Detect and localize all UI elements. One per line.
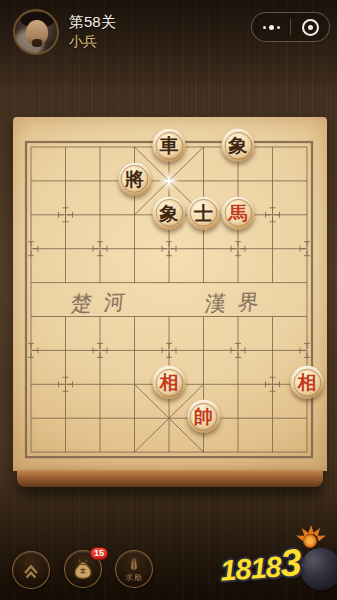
- piece-red-general[interactable]: 帥: [187, 400, 220, 433]
- watermark-text: 18183: [219, 541, 302, 590]
- game-screen: 第58关 小兵 楚河 漢界 車象將象士馬相相帥: [0, 0, 337, 600]
- piece-black-chariot[interactable]: 車: [153, 129, 186, 162]
- 18183-watermark: 18183: [218, 500, 337, 600]
- chevrons-up-icon: [19, 558, 43, 582]
- piece-black-elephant[interactable]: 象: [222, 129, 255, 162]
- hint-count-badge: 15: [90, 547, 108, 560]
- piece-black-advisor[interactable]: 士: [187, 197, 220, 230]
- ellipsis-icon: [269, 25, 274, 30]
- praying-hands-icon: [124, 555, 144, 575]
- sparkle-effect: [158, 170, 180, 192]
- miniprogram-capsule: [251, 12, 330, 42]
- money-bag-icon: [70, 556, 96, 582]
- piece-black-general[interactable]: 將: [118, 163, 151, 196]
- sun-icon: [296, 526, 324, 554]
- exit-button[interactable]: [291, 13, 329, 41]
- piece-black-elephant[interactable]: 象: [153, 197, 186, 230]
- river-label-right: 漢界: [204, 288, 273, 318]
- avatar-beard: [32, 39, 42, 47]
- ellipsis-icon: [263, 26, 266, 29]
- player-label: 小兵: [69, 33, 97, 51]
- target-icon: [302, 19, 319, 36]
- more-button[interactable]: [252, 13, 290, 41]
- help-button[interactable]: 求助: [115, 550, 153, 588]
- hint-bag-button[interactable]: 15: [64, 550, 102, 588]
- ellipsis-icon: [277, 26, 280, 29]
- piece-red-elephant[interactable]: 相: [291, 366, 324, 399]
- board-bevel: [17, 470, 323, 487]
- piece-red-elephant[interactable]: 相: [153, 366, 186, 399]
- sphere-graphic: [300, 548, 337, 590]
- river-label-left: 楚河: [70, 288, 139, 318]
- collapse-button[interactable]: [12, 551, 50, 589]
- avatar: [13, 9, 59, 55]
- level-label: 第58关: [69, 13, 116, 32]
- xiangqi-board[interactable]: 楚河 漢界 車象將象士馬相相帥: [13, 117, 327, 471]
- piece-red-horse[interactable]: 馬: [222, 197, 255, 230]
- help-button-label: 求助: [126, 573, 143, 583]
